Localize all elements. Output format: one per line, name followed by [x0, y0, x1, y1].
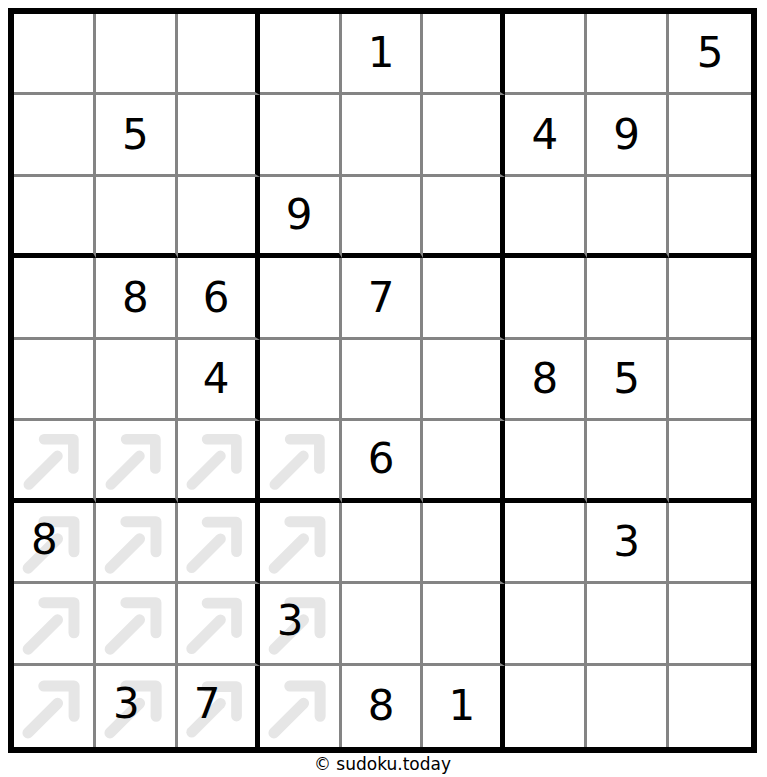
cell-r2c4[interactable]: [260, 95, 342, 176]
cell-r8c9[interactable]: [669, 584, 751, 665]
cell-r3c1[interactable]: [14, 177, 96, 258]
given-digit: 5: [613, 358, 640, 400]
cell-r6c1[interactable]: [14, 421, 96, 502]
cell-r5c3[interactable]: 4: [178, 340, 260, 421]
cell-r5c4[interactable]: [260, 340, 342, 421]
up-right-arrow-icon: [265, 426, 334, 492]
given-digit: 6: [368, 438, 395, 480]
cell-r7c9[interactable]: [669, 503, 751, 584]
cell-r4c9[interactable]: [669, 258, 751, 339]
given-digit: 7: [368, 277, 395, 319]
cell-r1c5[interactable]: 1: [342, 14, 424, 95]
up-right-arrow-icon: [183, 426, 250, 492]
given-digit: 1: [449, 685, 476, 727]
up-right-arrow-icon: [19, 426, 88, 492]
cell-r9c8[interactable]: [587, 666, 669, 747]
cell-r6c3[interactable]: [178, 421, 260, 502]
cell-r6c7[interactable]: [505, 421, 587, 502]
cell-r2c6[interactable]: [423, 95, 505, 176]
cell-r4c8[interactable]: [587, 258, 669, 339]
cell-r1c8[interactable]: [587, 14, 669, 95]
up-right-arrow-icon: [101, 589, 170, 657]
cell-r5c5[interactable]: [342, 340, 424, 421]
cell-r3c6[interactable]: [423, 177, 505, 258]
up-right-arrow-icon: [19, 671, 88, 742]
cell-r4c3[interactable]: 6: [178, 258, 260, 339]
cell-r9c2[interactable]: 3: [96, 666, 178, 747]
cell-r2c8[interactable]: 9: [587, 95, 669, 176]
cell-r8c8[interactable]: [587, 584, 669, 665]
cell-r4c2[interactable]: 8: [96, 258, 178, 339]
cell-r8c7[interactable]: [505, 584, 587, 665]
cell-r6c2[interactable]: [96, 421, 178, 502]
cell-r6c6[interactable]: [423, 421, 505, 502]
cell-r6c4[interactable]: [260, 421, 342, 502]
given-digit: 7: [194, 683, 221, 725]
cell-r1c7[interactable]: [505, 14, 587, 95]
cell-r3c8[interactable]: [587, 177, 669, 258]
cell-r9c9[interactable]: [669, 666, 751, 747]
cell-r1c6[interactable]: [423, 14, 505, 95]
given-digit: 8: [531, 358, 558, 400]
given-digit: 3: [613, 521, 640, 563]
cell-r1c3[interactable]: [178, 14, 260, 95]
cell-r7c6[interactable]: [423, 503, 505, 584]
given-digit: 3: [113, 683, 140, 725]
up-right-arrow-icon: [183, 508, 250, 576]
cell-r6c8[interactable]: [587, 421, 669, 502]
given-digit: 8: [122, 277, 149, 319]
cell-r1c9[interactable]: 5: [669, 14, 751, 95]
cell-r5c7[interactable]: 8: [505, 340, 587, 421]
given-digit: 4: [203, 358, 230, 400]
cell-r4c7[interactable]: [505, 258, 587, 339]
cell-r2c5[interactable]: [342, 95, 424, 176]
cell-r7c3[interactable]: [178, 503, 260, 584]
cell-r3c4[interactable]: 9: [260, 177, 342, 258]
cell-r7c8[interactable]: 3: [587, 503, 669, 584]
given-digit: 1: [368, 32, 395, 74]
cell-r2c7[interactable]: 4: [505, 95, 587, 176]
cell-r8c4[interactable]: 3: [260, 584, 342, 665]
cell-r3c2[interactable]: [96, 177, 178, 258]
cell-r3c3[interactable]: [178, 177, 260, 258]
cell-r8c3[interactable]: [178, 584, 260, 665]
up-right-arrow-icon: [265, 508, 334, 576]
cell-r4c5[interactable]: 7: [342, 258, 424, 339]
copyright-text: © sudoku.today: [8, 754, 757, 774]
cell-r7c4[interactable]: [260, 503, 342, 584]
sudoku-board: 15549986748568333781: [8, 8, 757, 753]
cell-r5c1[interactable]: [14, 340, 96, 421]
cell-r9c5[interactable]: 8: [342, 666, 424, 747]
cell-r3c5[interactable]: [342, 177, 424, 258]
cell-r5c2[interactable]: [96, 340, 178, 421]
cell-r5c6[interactable]: [423, 340, 505, 421]
given-digit: 5: [122, 114, 149, 156]
up-right-arrow-icon: [19, 589, 88, 657]
cell-r9c7[interactable]: [505, 666, 587, 747]
given-digit: 5: [697, 32, 724, 74]
cell-r3c9[interactable]: [669, 177, 751, 258]
cell-r7c5[interactable]: [342, 503, 424, 584]
cell-r8c6[interactable]: [423, 584, 505, 665]
cell-r8c1[interactable]: [14, 584, 96, 665]
cell-r2c2[interactable]: 5: [96, 95, 178, 176]
cell-r1c2[interactable]: [96, 14, 178, 95]
cell-r9c4[interactable]: [260, 666, 342, 747]
cell-r9c1[interactable]: [14, 666, 96, 747]
cell-r2c3[interactable]: [178, 95, 260, 176]
up-right-arrow-icon: [101, 508, 170, 576]
cell-r4c1[interactable]: [14, 258, 96, 339]
up-right-arrow-icon: [183, 589, 250, 657]
cell-r2c9[interactable]: [669, 95, 751, 176]
cell-r9c3[interactable]: 7: [178, 666, 260, 747]
given-digit: 8: [368, 685, 395, 727]
cell-r5c8[interactable]: 5: [587, 340, 669, 421]
cell-r1c4[interactable]: [260, 14, 342, 95]
cell-r3c7[interactable]: [505, 177, 587, 258]
given-digit: 3: [277, 600, 304, 642]
cell-r6c9[interactable]: [669, 421, 751, 502]
cell-r5c9[interactable]: [669, 340, 751, 421]
given-digit: 8: [31, 519, 58, 561]
given-digit: 4: [531, 114, 558, 156]
cell-r6c5[interactable]: 6: [342, 421, 424, 502]
cell-r4c6[interactable]: [423, 258, 505, 339]
cell-r7c2[interactable]: [96, 503, 178, 584]
cell-r2c1[interactable]: [14, 95, 96, 176]
cell-r8c2[interactable]: [96, 584, 178, 665]
cell-r1c1[interactable]: [14, 14, 96, 95]
up-right-arrow-icon: [101, 426, 170, 492]
given-digit: 6: [203, 277, 230, 319]
up-right-arrow-icon: [265, 671, 334, 742]
given-digit: 9: [613, 114, 640, 156]
cell-r4c4[interactable]: [260, 258, 342, 339]
given-digit: 9: [286, 194, 313, 236]
cell-r9c6[interactable]: 1: [423, 666, 505, 747]
cell-r8c5[interactable]: [342, 584, 424, 665]
cell-r7c7[interactable]: [505, 503, 587, 584]
cell-r7c1[interactable]: 8: [14, 503, 96, 584]
